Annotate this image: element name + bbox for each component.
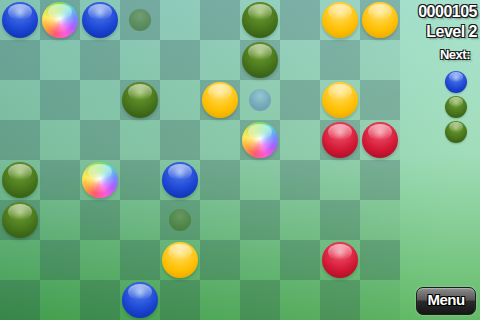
next-ball-blue	[445, 71, 467, 93]
board-cell[interactable]	[80, 240, 120, 280]
yellow-ball[interactable]	[322, 2, 358, 38]
board-cell[interactable]	[0, 40, 40, 80]
board-cell[interactable]	[360, 240, 400, 280]
board-cell[interactable]	[120, 40, 160, 80]
board-cell[interactable]	[0, 0, 40, 40]
board-cell[interactable]	[200, 0, 240, 40]
board-cell[interactable]	[320, 160, 360, 200]
menu-button[interactable]: Menu	[416, 287, 476, 315]
board-cell[interactable]	[160, 280, 200, 320]
board-cell[interactable]	[200, 120, 240, 160]
board-cell[interactable]	[40, 40, 80, 80]
board-cell[interactable]	[40, 80, 80, 120]
yellow-ball[interactable]	[322, 82, 358, 118]
green-ball[interactable]	[2, 202, 38, 238]
board-cell[interactable]	[280, 0, 320, 40]
board-cell[interactable]	[200, 280, 240, 320]
board-cell[interactable]	[280, 240, 320, 280]
next-balls	[445, 71, 467, 143]
board-cell[interactable]	[80, 80, 120, 120]
board-cell[interactable]	[240, 240, 280, 280]
blue-ball[interactable]	[82, 2, 118, 38]
red-ball[interactable]	[322, 242, 358, 278]
board-cell[interactable]	[40, 160, 80, 200]
board-cell[interactable]	[80, 0, 120, 40]
yellow-ball[interactable]	[162, 242, 198, 278]
board-cell[interactable]	[160, 200, 200, 240]
board-cell[interactable]	[120, 200, 160, 240]
blue-ball[interactable]	[2, 2, 38, 38]
board-cell[interactable]	[280, 160, 320, 200]
rainbow-ball[interactable]	[242, 122, 278, 158]
next-spawn-preview-green	[129, 9, 151, 31]
board-cell[interactable]	[320, 200, 360, 240]
board-cell[interactable]	[360, 40, 400, 80]
board-cell[interactable]	[0, 280, 40, 320]
next-spawn-preview-blue	[249, 89, 271, 111]
board-cell[interactable]	[280, 200, 320, 240]
board-cell[interactable]	[360, 120, 400, 160]
red-ball[interactable]	[322, 122, 358, 158]
rainbow-ball[interactable]	[42, 2, 78, 38]
board-cell[interactable]	[200, 80, 240, 120]
board-cell[interactable]	[240, 160, 280, 200]
level-label: Level 2	[418, 22, 477, 42]
board-cell[interactable]	[160, 80, 200, 120]
board-cell[interactable]	[240, 40, 280, 80]
board-cell[interactable]	[0, 160, 40, 200]
board-cell[interactable]	[160, 40, 200, 80]
board-cell[interactable]	[0, 200, 40, 240]
yellow-ball[interactable]	[362, 2, 398, 38]
board-cell[interactable]	[40, 0, 80, 40]
board-cell[interactable]	[120, 240, 160, 280]
board-cell[interactable]	[40, 200, 80, 240]
board-cell[interactable]	[40, 120, 80, 160]
board-cell[interactable]	[320, 120, 360, 160]
board-cell[interactable]	[40, 280, 80, 320]
board-cell[interactable]	[360, 160, 400, 200]
board-cell[interactable]	[320, 0, 360, 40]
board-cell[interactable]	[200, 40, 240, 80]
board-cell[interactable]	[40, 240, 80, 280]
board-cell[interactable]	[240, 200, 280, 240]
hud-panel: 0000105 Level 2 Next:	[418, 2, 477, 62]
board-cell[interactable]	[360, 280, 400, 320]
next-ball-green	[445, 121, 467, 143]
green-ball[interactable]	[242, 2, 278, 38]
board-cell[interactable]	[200, 200, 240, 240]
board-cell[interactable]	[240, 280, 280, 320]
board-cell[interactable]	[120, 80, 160, 120]
blue-ball[interactable]	[162, 162, 198, 198]
board-cell[interactable]	[0, 80, 40, 120]
board-cell[interactable]	[360, 0, 400, 40]
board-cell[interactable]	[80, 160, 120, 200]
blue-ball[interactable]	[122, 282, 158, 318]
board-cell[interactable]	[280, 120, 320, 160]
score-value: 0000105	[418, 2, 477, 22]
next-ball-green	[445, 96, 467, 118]
board-cell[interactable]	[240, 120, 280, 160]
board-cell[interactable]	[200, 160, 240, 200]
board-cell[interactable]	[80, 40, 120, 80]
board-cell[interactable]	[120, 160, 160, 200]
board-cell[interactable]	[280, 40, 320, 80]
rainbow-ball[interactable]	[82, 162, 118, 198]
board-cell[interactable]	[160, 240, 200, 280]
board-cell[interactable]	[320, 40, 360, 80]
board-cell[interactable]	[0, 120, 40, 160]
red-ball[interactable]	[362, 122, 398, 158]
board-cell[interactable]	[0, 240, 40, 280]
board-cell[interactable]	[160, 160, 200, 200]
board-cell[interactable]	[80, 280, 120, 320]
board-cell[interactable]	[120, 280, 160, 320]
board-cell[interactable]	[280, 80, 320, 120]
green-ball[interactable]	[2, 162, 38, 198]
board-cell[interactable]	[360, 80, 400, 120]
green-ball[interactable]	[122, 82, 158, 118]
green-ball[interactable]	[242, 42, 278, 78]
board-cell[interactable]	[320, 80, 360, 120]
game-screen: 0000105 Level 2 Next: Menu	[0, 0, 480, 320]
board-cell[interactable]	[80, 120, 120, 160]
board-cell[interactable]	[320, 280, 360, 320]
board-cell[interactable]	[240, 0, 280, 40]
board-cell[interactable]	[360, 200, 400, 240]
board-cell[interactable]	[80, 200, 120, 240]
yellow-ball[interactable]	[202, 82, 238, 118]
next-spawn-preview-green	[169, 209, 191, 231]
board-cell[interactable]	[160, 0, 200, 40]
board-cell[interactable]	[120, 0, 160, 40]
board-cell[interactable]	[320, 240, 360, 280]
board-cell[interactable]	[280, 280, 320, 320]
board-cell[interactable]	[160, 120, 200, 160]
board-cell[interactable]	[240, 80, 280, 120]
board-cell[interactable]	[200, 240, 240, 280]
board	[0, 0, 400, 320]
board-cell[interactable]	[120, 120, 160, 160]
next-label: Next:	[418, 47, 470, 62]
